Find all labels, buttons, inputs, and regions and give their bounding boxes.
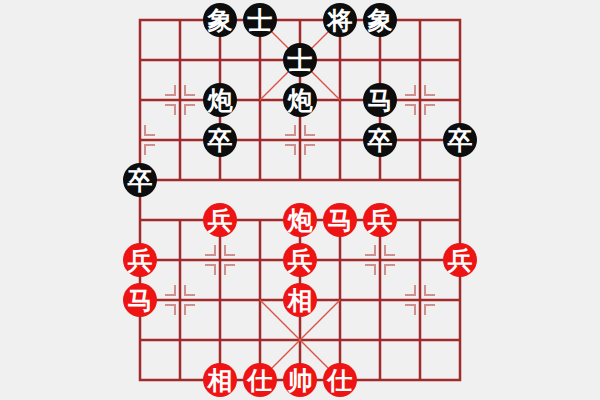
red-soldier[interactable]: 兵 [443, 243, 477, 277]
red-soldier[interactable]: 兵 [283, 243, 317, 277]
black-elephant[interactable]: 象 [203, 3, 237, 37]
black-soldier[interactable]: 卒 [363, 123, 397, 157]
xiangqi-board-grid: 象士将象士炮炮马卒卒卒卒兵炮马兵兵兵兵马相相仕帅仕 [120, 0, 480, 400]
black-general[interactable]: 将 [323, 3, 357, 37]
black-soldier[interactable]: 卒 [443, 123, 477, 157]
red-soldier[interactable]: 兵 [203, 203, 237, 237]
red-soldier[interactable]: 兵 [123, 243, 157, 277]
black-soldier[interactable]: 卒 [123, 163, 157, 197]
red-general[interactable]: 帅 [283, 363, 317, 397]
red-advisor[interactable]: 仕 [323, 363, 357, 397]
black-cannon[interactable]: 炮 [283, 83, 317, 117]
xiangqi-app: 象士将象士炮炮马卒卒卒卒兵炮马兵兵兵兵马相相仕帅仕 [0, 0, 600, 400]
red-elephant[interactable]: 相 [283, 283, 317, 317]
red-horse[interactable]: 马 [323, 203, 357, 237]
black-advisor[interactable]: 士 [283, 43, 317, 77]
red-advisor[interactable]: 仕 [243, 363, 277, 397]
red-elephant[interactable]: 相 [203, 363, 237, 397]
black-advisor[interactable]: 士 [243, 3, 277, 37]
black-horse[interactable]: 马 [363, 83, 397, 117]
black-cannon[interactable]: 炮 [203, 83, 237, 117]
red-horse[interactable]: 马 [123, 283, 157, 317]
red-cannon[interactable]: 炮 [283, 203, 317, 237]
black-elephant[interactable]: 象 [363, 3, 397, 37]
black-soldier[interactable]: 卒 [203, 123, 237, 157]
red-soldier[interactable]: 兵 [363, 203, 397, 237]
